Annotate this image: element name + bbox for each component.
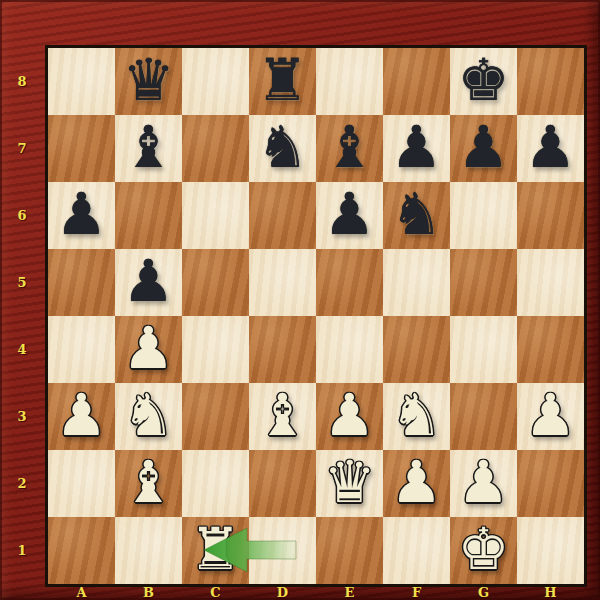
- piece-black-bishop[interactable]: ♝: [324, 118, 376, 176]
- square-c3[interactable]: [182, 383, 249, 450]
- rank-label-1: 1: [0, 517, 44, 584]
- piece-black-king[interactable]: ♚: [458, 51, 510, 109]
- square-e4[interactable]: [316, 316, 383, 383]
- square-a1[interactable]: [48, 517, 115, 584]
- square-b4[interactable]: ♟: [115, 316, 182, 383]
- piece-white-king[interactable]: ♚: [458, 520, 510, 578]
- square-f7[interactable]: ♟: [383, 115, 450, 182]
- piece-white-bishop[interactable]: ♝: [257, 386, 309, 444]
- square-a6[interactable]: ♟: [48, 182, 115, 249]
- piece-black-queen[interactable]: ♛: [123, 51, 175, 109]
- piece-white-knight[interactable]: ♞: [391, 386, 443, 444]
- piece-black-pawn[interactable]: ♟: [123, 252, 175, 310]
- square-e2[interactable]: ♛: [316, 450, 383, 517]
- square-h6[interactable]: [517, 182, 584, 249]
- square-c1[interactable]: ♜: [182, 517, 249, 584]
- square-b3[interactable]: ♞: [115, 383, 182, 450]
- file-label-c: C: [182, 584, 249, 600]
- square-g3[interactable]: [450, 383, 517, 450]
- piece-black-knight[interactable]: ♞: [257, 118, 309, 176]
- piece-white-pawn[interactable]: ♟: [123, 319, 175, 377]
- piece-black-pawn[interactable]: ♟: [56, 185, 108, 243]
- square-b8[interactable]: ♛: [115, 48, 182, 115]
- square-g7[interactable]: ♟: [450, 115, 517, 182]
- file-label-e: E: [316, 584, 383, 600]
- square-h3[interactable]: ♟: [517, 383, 584, 450]
- square-c4[interactable]: [182, 316, 249, 383]
- file-label-g: G: [450, 584, 517, 600]
- square-e3[interactable]: ♟: [316, 383, 383, 450]
- square-f5[interactable]: [383, 249, 450, 316]
- piece-white-pawn[interactable]: ♟: [324, 386, 376, 444]
- square-c6[interactable]: [182, 182, 249, 249]
- square-f2[interactable]: ♟: [383, 450, 450, 517]
- square-c7[interactable]: [182, 115, 249, 182]
- piece-black-pawn[interactable]: ♟: [458, 118, 510, 176]
- square-g8[interactable]: ♚: [450, 48, 517, 115]
- square-g1[interactable]: ♚: [450, 517, 517, 584]
- square-h5[interactable]: [517, 249, 584, 316]
- square-f1[interactable]: [383, 517, 450, 584]
- file-label-a: A: [48, 584, 115, 600]
- square-a2[interactable]: [48, 450, 115, 517]
- square-a5[interactable]: [48, 249, 115, 316]
- square-f4[interactable]: [383, 316, 450, 383]
- piece-white-pawn[interactable]: ♟: [56, 386, 108, 444]
- square-e1[interactable]: [316, 517, 383, 584]
- square-b6[interactable]: [115, 182, 182, 249]
- square-a7[interactable]: [48, 115, 115, 182]
- file-label-f: F: [383, 584, 450, 600]
- square-g4[interactable]: [450, 316, 517, 383]
- file-label-h: H: [517, 584, 584, 600]
- square-e8[interactable]: [316, 48, 383, 115]
- piece-white-pawn[interactable]: ♟: [391, 453, 443, 511]
- square-a8[interactable]: [48, 48, 115, 115]
- chess-board: ♛♜♚♝♞♝♟♟♟♟♟♞♟♟♟♞♝♟♞♟♝♛♟♟♜♚: [48, 48, 584, 584]
- square-e6[interactable]: ♟: [316, 182, 383, 249]
- piece-white-bishop[interactable]: ♝: [123, 453, 175, 511]
- square-b5[interactable]: ♟: [115, 249, 182, 316]
- square-d8[interactable]: ♜: [249, 48, 316, 115]
- piece-black-bishop[interactable]: ♝: [123, 118, 175, 176]
- square-f3[interactable]: ♞: [383, 383, 450, 450]
- square-f8[interactable]: [383, 48, 450, 115]
- piece-black-knight[interactable]: ♞: [391, 185, 443, 243]
- rank-label-2: 2: [0, 450, 44, 517]
- piece-black-rook[interactable]: ♜: [257, 51, 309, 109]
- square-b1[interactable]: [115, 517, 182, 584]
- square-e5[interactable]: [316, 249, 383, 316]
- square-d2[interactable]: [249, 450, 316, 517]
- file-label-b: B: [115, 584, 182, 600]
- square-d7[interactable]: ♞: [249, 115, 316, 182]
- square-c8[interactable]: [182, 48, 249, 115]
- piece-white-queen[interactable]: ♛: [324, 453, 376, 511]
- square-h2[interactable]: [517, 450, 584, 517]
- square-d3[interactable]: ♝: [249, 383, 316, 450]
- square-b2[interactable]: ♝: [115, 450, 182, 517]
- square-a3[interactable]: ♟: [48, 383, 115, 450]
- square-g6[interactable]: [450, 182, 517, 249]
- rank-label-8: 8: [0, 48, 44, 115]
- square-h8[interactable]: [517, 48, 584, 115]
- piece-white-knight[interactable]: ♞: [123, 386, 175, 444]
- file-label-d: D: [249, 584, 316, 600]
- rank-label-3: 3: [0, 383, 44, 450]
- square-h7[interactable]: ♟: [517, 115, 584, 182]
- square-d5[interactable]: [249, 249, 316, 316]
- rank-label-4: 4: [0, 316, 44, 383]
- square-c2[interactable]: [182, 450, 249, 517]
- square-d1[interactable]: [249, 517, 316, 584]
- square-g5[interactable]: [450, 249, 517, 316]
- piece-black-pawn[interactable]: ♟: [324, 185, 376, 243]
- piece-white-rook[interactable]: ♜: [190, 520, 242, 578]
- square-b7[interactable]: ♝: [115, 115, 182, 182]
- piece-black-pawn[interactable]: ♟: [525, 118, 577, 176]
- piece-white-pawn[interactable]: ♟: [458, 453, 510, 511]
- square-e7[interactable]: ♝: [316, 115, 383, 182]
- piece-white-pawn[interactable]: ♟: [525, 386, 577, 444]
- file-labels: ABCDEFGH: [48, 584, 584, 600]
- square-g2[interactable]: ♟: [450, 450, 517, 517]
- square-f6[interactable]: ♞: [383, 182, 450, 249]
- square-d4[interactable]: [249, 316, 316, 383]
- square-h4[interactable]: [517, 316, 584, 383]
- board-frame: 87654321 ♛♜♚♝♞♝♟♟♟♟♟♞♟♟♟♞♝♟♞♟♝♛♟♟♜♚ ABCD…: [0, 0, 600, 600]
- square-c5[interactable]: [182, 249, 249, 316]
- rank-label-6: 6: [0, 182, 44, 249]
- rank-label-5: 5: [0, 249, 44, 316]
- rank-labels: 87654321: [0, 48, 44, 584]
- square-a4[interactable]: [48, 316, 115, 383]
- piece-black-pawn[interactable]: ♟: [391, 118, 443, 176]
- square-d6[interactable]: [249, 182, 316, 249]
- square-h1[interactable]: [517, 517, 584, 584]
- rank-label-7: 7: [0, 115, 44, 182]
